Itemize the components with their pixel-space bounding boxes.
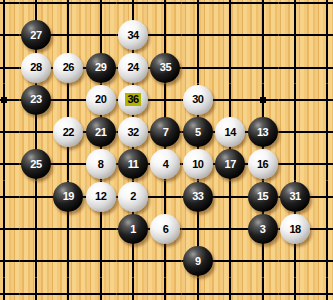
intersection-c1-r7[interactable] (20, 213, 52, 245)
intersection-c6-r8[interactable]: 9 (182, 245, 214, 277)
intersection-c5-r7[interactable]: 6 (149, 213, 181, 245)
move-number: 10 (192, 158, 203, 171)
intersection-c9-r5[interactable] (279, 148, 311, 180)
intersection-c9-r8[interactable] (279, 245, 311, 277)
intersection-c4-r9[interactable] (117, 278, 149, 300)
intersection-c7-r8[interactable] (214, 245, 246, 277)
stone-6[interactable]: 6 (150, 214, 180, 244)
move-number: 19 (63, 190, 74, 203)
move-number: 15 (257, 190, 268, 203)
intersection-c8-r3[interactable] (246, 84, 278, 116)
stone-17[interactable]: 17 (215, 149, 245, 179)
intersection-c5-r6[interactable] (149, 181, 181, 213)
intersection-c8-r1[interactable] (246, 19, 278, 51)
stone-29[interactable]: 29 (86, 53, 116, 83)
intersection-c6-r1[interactable] (182, 19, 214, 51)
stone-36[interactable]: 36 (118, 85, 148, 115)
move-number: 35 (160, 61, 171, 74)
stone-14[interactable]: 14 (215, 117, 245, 147)
intersection-c10-r4[interactable] (311, 116, 333, 148)
stone-2[interactable]: 2 (118, 182, 148, 212)
go-board: 2734282629243523203630222132751413258114… (0, 0, 333, 300)
move-number: 23 (30, 93, 41, 106)
intersection-c3-r4[interactable]: 21 (84, 116, 116, 148)
stone-10[interactable]: 10 (183, 149, 213, 179)
stone-30[interactable]: 30 (183, 85, 213, 115)
intersection-c3-r7[interactable] (84, 213, 116, 245)
move-number: 20 (95, 93, 106, 106)
intersection-c2-r1[interactable] (52, 19, 84, 51)
intersection-c8-r2[interactable] (246, 51, 278, 83)
intersection-c9-r3[interactable] (279, 84, 311, 116)
intersection-c4-r4[interactable]: 32 (117, 116, 149, 148)
intersection-c3-r8[interactable] (84, 245, 116, 277)
intersection-c5-r3[interactable] (149, 84, 181, 116)
intersection-c7-r0[interactable] (214, 0, 246, 19)
intersection-c4-r3[interactable]: 36 (117, 84, 149, 116)
move-number: 31 (289, 190, 300, 203)
go-board-grid: 2734282629243523203630222132751413258114… (0, 0, 333, 300)
move-number: 8 (98, 158, 104, 171)
move-number: 12 (95, 190, 106, 203)
intersection-c8-r9[interactable] (246, 278, 278, 300)
move-number: 3 (260, 223, 266, 236)
intersection-c7-r9[interactable] (214, 278, 246, 300)
stone-24[interactable]: 24 (118, 53, 148, 83)
stone-27[interactable]: 27 (21, 20, 51, 50)
stone-13[interactable]: 13 (248, 117, 278, 147)
intersection-c3-r1[interactable] (84, 19, 116, 51)
intersection-c0-r1[interactable] (0, 19, 20, 51)
intersection-c1-r8[interactable] (20, 245, 52, 277)
intersection-c10-r8[interactable] (311, 245, 333, 277)
intersection-c4-r7[interactable]: 1 (117, 213, 149, 245)
intersection-c1-r0[interactable] (20, 0, 52, 19)
intersection-c10-r6[interactable] (311, 181, 333, 213)
intersection-c3-r0[interactable] (84, 0, 116, 19)
intersection-c0-r2[interactable] (0, 51, 20, 83)
intersection-c6-r2[interactable] (182, 51, 214, 83)
stone-34[interactable]: 34 (118, 20, 148, 50)
intersection-c1-r6[interactable] (20, 181, 52, 213)
stone-7[interactable]: 7 (150, 117, 180, 147)
intersection-c3-r2[interactable]: 29 (84, 51, 116, 83)
intersection-c5-r1[interactable] (149, 19, 181, 51)
stone-9[interactable]: 9 (183, 246, 213, 276)
stone-23[interactable]: 23 (21, 85, 51, 115)
intersection-c4-r6[interactable]: 2 (117, 181, 149, 213)
intersection-c1-r1[interactable]: 27 (20, 19, 52, 51)
intersection-c7-r2[interactable] (214, 51, 246, 83)
move-number: 1 (130, 223, 136, 236)
intersection-c3-r5[interactable]: 8 (84, 148, 116, 180)
intersection-c0-r9[interactable] (0, 278, 20, 300)
intersection-c5-r2[interactable]: 35 (149, 51, 181, 83)
intersection-c2-r0[interactable] (52, 0, 84, 19)
stone-31[interactable]: 31 (280, 182, 310, 212)
intersection-c5-r4[interactable]: 7 (149, 116, 181, 148)
intersection-c10-r2[interactable] (311, 51, 333, 83)
move-number: 21 (95, 126, 106, 139)
intersection-c10-r5[interactable] (311, 148, 333, 180)
intersection-c6-r5[interactable]: 10 (182, 148, 214, 180)
move-number: 32 (127, 126, 138, 139)
intersection-c6-r3[interactable]: 30 (182, 84, 214, 116)
stone-18[interactable]: 18 (280, 214, 310, 244)
stone-3[interactable]: 3 (248, 214, 278, 244)
intersection-c3-r3[interactable]: 20 (84, 84, 116, 116)
intersection-c1-r4[interactable] (20, 116, 52, 148)
intersection-c8-r7[interactable]: 3 (246, 213, 278, 245)
intersection-c0-r8[interactable] (0, 245, 20, 277)
intersection-c3-r6[interactable]: 12 (84, 181, 116, 213)
intersection-c6-r6[interactable]: 33 (182, 181, 214, 213)
stone-5[interactable]: 5 (183, 117, 213, 147)
move-number: 14 (225, 126, 236, 139)
move-number: 28 (30, 61, 41, 74)
move-number: 13 (257, 126, 268, 139)
move-number: 11 (128, 158, 139, 171)
stone-20[interactable]: 20 (86, 85, 116, 115)
intersection-c9-r7[interactable]: 18 (279, 213, 311, 245)
intersection-c2-r9[interactable] (52, 278, 84, 300)
intersection-c5-r8[interactable] (149, 245, 181, 277)
intersection-c0-r7[interactable] (0, 213, 20, 245)
move-number: 25 (30, 158, 41, 171)
intersection-c8-r6[interactable]: 15 (246, 181, 278, 213)
intersection-c1-r5[interactable]: 25 (20, 148, 52, 180)
intersection-c10-r3[interactable] (311, 84, 333, 116)
intersection-c9-r1[interactable] (279, 19, 311, 51)
intersection-c5-r5[interactable]: 4 (149, 148, 181, 180)
intersection-c9-r4[interactable] (279, 116, 311, 148)
intersection-c8-r4[interactable]: 13 (246, 116, 278, 148)
stone-19[interactable]: 19 (53, 182, 83, 212)
intersection-c0-r6[interactable] (0, 181, 20, 213)
move-number: 27 (30, 29, 41, 42)
intersection-c4-r5[interactable]: 11 (117, 148, 149, 180)
stone-35[interactable]: 35 (150, 53, 180, 83)
move-number: 17 (225, 158, 236, 171)
star-point (1, 97, 7, 103)
intersection-c2-r3[interactable] (52, 84, 84, 116)
intersection-c4-r0[interactable] (117, 0, 149, 19)
stone-26[interactable]: 26 (53, 53, 83, 83)
intersection-c7-r7[interactable] (214, 213, 246, 245)
intersection-c1-r3[interactable]: 23 (20, 84, 52, 116)
move-number: 6 (163, 223, 169, 236)
star-point (260, 97, 266, 103)
intersection-c4-r2[interactable]: 24 (117, 51, 149, 83)
move-number: 18 (289, 223, 300, 236)
move-number: 22 (63, 126, 74, 139)
intersection-c6-r4[interactable]: 5 (182, 116, 214, 148)
move-number: 26 (63, 61, 74, 74)
move-number: 9 (195, 255, 201, 268)
stone-28[interactable]: 28 (21, 53, 51, 83)
intersection-c10-r0[interactable] (311, 0, 333, 19)
stone-12[interactable]: 12 (86, 182, 116, 212)
intersection-c9-r9[interactable] (279, 278, 311, 300)
intersection-c2-r4[interactable]: 22 (52, 116, 84, 148)
move-number: 4 (163, 158, 169, 171)
intersection-c2-r6[interactable]: 19 (52, 181, 84, 213)
intersection-c7-r6[interactable] (214, 181, 246, 213)
intersection-c1-r2[interactable]: 28 (20, 51, 52, 83)
intersection-c8-r0[interactable] (246, 0, 278, 19)
stone-1[interactable]: 1 (118, 214, 148, 244)
intersection-c8-r8[interactable] (246, 245, 278, 277)
intersection-c4-r1[interactable]: 34 (117, 19, 149, 51)
intersection-c0-r5[interactable] (0, 148, 20, 180)
stone-21[interactable]: 21 (86, 117, 116, 147)
intersection-c2-r8[interactable] (52, 245, 84, 277)
intersection-c6-r9[interactable] (182, 278, 214, 300)
move-number: 30 (192, 93, 203, 106)
intersection-c7-r1[interactable] (214, 19, 246, 51)
intersection-c5-r9[interactable] (149, 278, 181, 300)
stone-16[interactable]: 16 (248, 149, 278, 179)
intersection-c10-r1[interactable] (311, 19, 333, 51)
intersection-c0-r4[interactable] (0, 116, 20, 148)
intersection-c7-r5[interactable]: 17 (214, 148, 246, 180)
intersection-c6-r7[interactable] (182, 213, 214, 245)
intersection-c8-r5[interactable]: 16 (246, 148, 278, 180)
intersection-c4-r8[interactable] (117, 245, 149, 277)
intersection-c9-r0[interactable] (279, 0, 311, 19)
intersection-c2-r7[interactable] (52, 213, 84, 245)
intersection-c10-r7[interactable] (311, 213, 333, 245)
stone-4[interactable]: 4 (150, 149, 180, 179)
intersection-c2-r2[interactable]: 26 (52, 51, 84, 83)
intersection-c1-r9[interactable] (20, 278, 52, 300)
move-number: 29 (95, 61, 106, 74)
stone-11[interactable]: 11 (118, 149, 148, 179)
stone-22[interactable]: 22 (53, 117, 83, 147)
move-number: 33 (192, 190, 203, 203)
move-number: 5 (195, 126, 201, 139)
stone-15[interactable]: 15 (248, 182, 278, 212)
intersection-c0-r3[interactable] (0, 84, 20, 116)
intersection-c7-r3[interactable] (214, 84, 246, 116)
move-number: 24 (127, 61, 138, 74)
intersection-c9-r6[interactable]: 31 (279, 181, 311, 213)
move-number: 34 (127, 29, 138, 42)
intersection-c5-r0[interactable] (149, 0, 181, 19)
stone-25[interactable]: 25 (21, 149, 51, 179)
intersection-c10-r9[interactable] (311, 278, 333, 300)
stone-8[interactable]: 8 (86, 149, 116, 179)
intersection-c6-r0[interactable] (182, 0, 214, 19)
intersection-c9-r2[interactable] (279, 51, 311, 83)
intersection-c2-r5[interactable] (52, 148, 84, 180)
intersection-c3-r9[interactable] (84, 278, 116, 300)
move-number: 7 (163, 126, 169, 139)
move-number: 2 (130, 190, 136, 203)
stone-32[interactable]: 32 (118, 117, 148, 147)
intersection-c0-r0[interactable] (0, 0, 20, 19)
move-number: 16 (257, 158, 268, 171)
last-move-highlight: 36 (125, 93, 140, 106)
intersection-c7-r4[interactable]: 14 (214, 116, 246, 148)
stone-33[interactable]: 33 (183, 182, 213, 212)
